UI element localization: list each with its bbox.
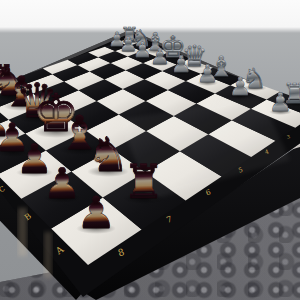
chess-board: ABCDEFGH87654321 (0, 0, 300, 300)
chess-set-photo: ABCDEFGH87654321 ♟♟♟♟♟♟♟♟♜♞♝♚♛♝♞♜♟♟♟♟♟♟♟… (0, 0, 300, 300)
